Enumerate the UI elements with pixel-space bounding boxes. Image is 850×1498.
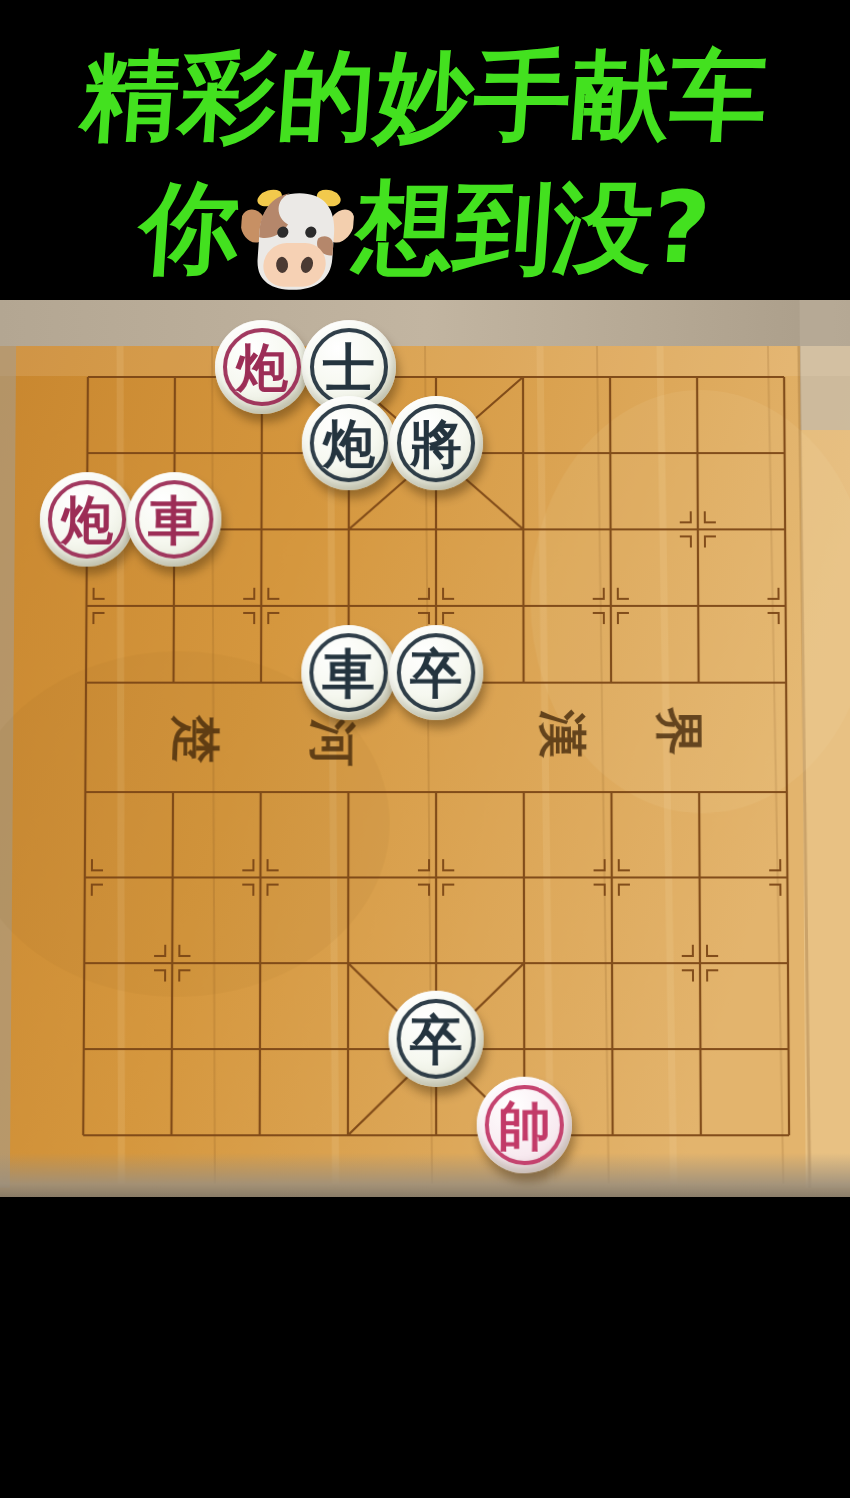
- piece-red-cannon[interactable]: 炮: [215, 320, 309, 414]
- piece-character: 將: [410, 418, 462, 470]
- video-frame: 精彩的妙手献车 你 想到没?: [0, 0, 850, 1498]
- piece-character: 卒: [410, 1013, 463, 1066]
- piece-character: 車: [322, 647, 374, 700]
- board-photo: 楚 河 漢 界 炮士炮將炮車車卒卒帥: [0, 300, 850, 1197]
- piece-character: 車: [148, 494, 200, 546]
- pieces-layer: 炮士炮將炮車車卒卒帥: [39, 339, 834, 1178]
- piece-red-cannon[interactable]: 炮: [40, 472, 135, 566]
- piece-black-soldier[interactable]: 卒: [389, 991, 484, 1087]
- piece-character: 炮: [61, 494, 113, 546]
- piece-red-general[interactable]: 帥: [477, 1077, 572, 1174]
- title-line2-prefix: 你: [136, 163, 244, 296]
- title-line2-suffix: 想到没?: [351, 163, 715, 296]
- piece-red-chariot[interactable]: 車: [127, 472, 222, 566]
- title-line-2: 你 想到没?: [0, 163, 850, 296]
- bottom-black-bar: [0, 1197, 850, 1498]
- cow-face-icon: [237, 184, 357, 296]
- title-line-1: 精彩的妙手献车: [0, 42, 850, 151]
- piece-character: 士: [323, 342, 375, 394]
- piece-character: 炮: [236, 342, 288, 394]
- piece-character: 炮: [323, 418, 375, 470]
- piece-black-general[interactable]: 將: [389, 396, 483, 490]
- piece-black-chariot[interactable]: 車: [301, 625, 396, 720]
- piece-character: 帥: [498, 1099, 551, 1152]
- piece-character: 卒: [410, 647, 462, 700]
- piece-black-cannon[interactable]: 炮: [302, 396, 396, 490]
- piece-black-soldier[interactable]: 卒: [389, 625, 484, 720]
- board-tilt-wrapper: 楚 河 漢 界 炮士炮將炮車車卒卒帥: [0, 300, 850, 1197]
